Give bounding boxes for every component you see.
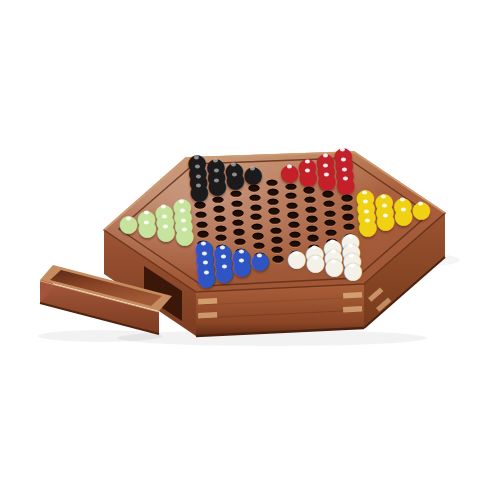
board-hole[interactable] (305, 206, 316, 212)
marble-white[interactable]: ● (287, 247, 307, 270)
board-hole[interactable] (341, 195, 352, 201)
board-hole[interactable] (231, 191, 242, 197)
board-hole[interactable] (268, 199, 279, 205)
board-hole[interactable] (249, 195, 260, 201)
board-hole[interactable] (248, 185, 259, 191)
marble-black[interactable]: ● (189, 179, 209, 202)
board-hole[interactable] (289, 231, 300, 237)
board-hole[interactable] (323, 201, 334, 207)
board-hole[interactable] (250, 204, 261, 210)
board-hole[interactable] (307, 226, 318, 232)
board-hole[interactable] (287, 202, 298, 208)
marble-yellow[interactable]: ● (393, 203, 413, 226)
marble-red[interactable]: ● (317, 168, 337, 191)
board-hole[interactable] (213, 196, 224, 202)
board-hole[interactable] (288, 222, 299, 228)
board-hole[interactable] (272, 247, 283, 253)
marble-blue[interactable]: ● (250, 249, 270, 272)
board-hole[interactable] (305, 197, 316, 203)
board-hole[interactable] (266, 179, 277, 185)
board-hole[interactable] (325, 220, 336, 226)
board-hole[interactable] (267, 189, 278, 195)
marble-black[interactable]: ● (207, 174, 227, 197)
board-hole[interactable] (196, 221, 207, 227)
board-hole[interactable] (269, 208, 280, 214)
board-hole[interactable] (287, 212, 298, 218)
board-hole[interactable] (286, 193, 297, 199)
marble-green[interactable]: ● (119, 212, 139, 235)
board-hole[interactable] (196, 212, 207, 218)
board-hole[interactable] (306, 216, 317, 222)
marble-red[interactable]: ● (280, 160, 300, 183)
board-hole[interactable] (324, 210, 335, 216)
board-hole[interactable] (195, 202, 206, 208)
board-hole[interactable] (233, 220, 244, 226)
marble-green[interactable]: ● (137, 216, 157, 239)
board-hole[interactable] (231, 200, 242, 206)
board-hole[interactable] (251, 214, 262, 220)
board-hole[interactable] (213, 206, 224, 212)
board-hole[interactable] (215, 225, 226, 231)
marble-white[interactable]: ● (306, 251, 326, 274)
marble-yellow[interactable]: ● (358, 214, 378, 237)
marble-yellow[interactable]: ● (376, 209, 396, 232)
checkers-board-grid: ●●●●●●●●●●●●●●●●●●●●●●●●●●●●●●●●●●●●●●●●… (0, 0, 500, 500)
marble-blue[interactable]: ● (232, 254, 252, 277)
board-hole[interactable] (270, 227, 281, 233)
board-hole[interactable] (304, 187, 315, 193)
board-hole[interactable] (270, 218, 281, 224)
marble-red[interactable]: ● (298, 164, 318, 187)
board-hole[interactable] (232, 210, 243, 216)
board-hole[interactable] (271, 237, 282, 243)
marble-yellow[interactable]: ● (411, 197, 431, 220)
board-hole[interactable] (234, 229, 245, 235)
board-hole[interactable] (342, 205, 353, 211)
product-photo-scene: ●●●●●●●●●●●●●●●●●●●●●●●●●●●●●●●●●●●●●●●●… (0, 0, 500, 500)
marble-black[interactable]: ● (225, 168, 245, 191)
marble-black[interactable]: ● (243, 162, 263, 185)
marble-red[interactable]: ● (336, 172, 356, 195)
board-hole[interactable] (273, 256, 284, 262)
marble-blue[interactable]: ● (197, 266, 217, 289)
marble-green[interactable]: ● (156, 220, 176, 243)
marble-white[interactable]: ● (324, 255, 344, 278)
board-hole[interactable] (214, 216, 225, 222)
board-hole[interactable] (252, 223, 263, 229)
board-hole[interactable] (285, 183, 296, 189)
marble-green[interactable]: ● (175, 223, 195, 246)
board-hole[interactable] (322, 191, 333, 197)
board-hole[interactable] (343, 214, 354, 220)
marble-blue[interactable]: ● (214, 260, 234, 283)
board-hole[interactable] (252, 233, 263, 239)
marble-white[interactable]: ● (343, 259, 363, 282)
